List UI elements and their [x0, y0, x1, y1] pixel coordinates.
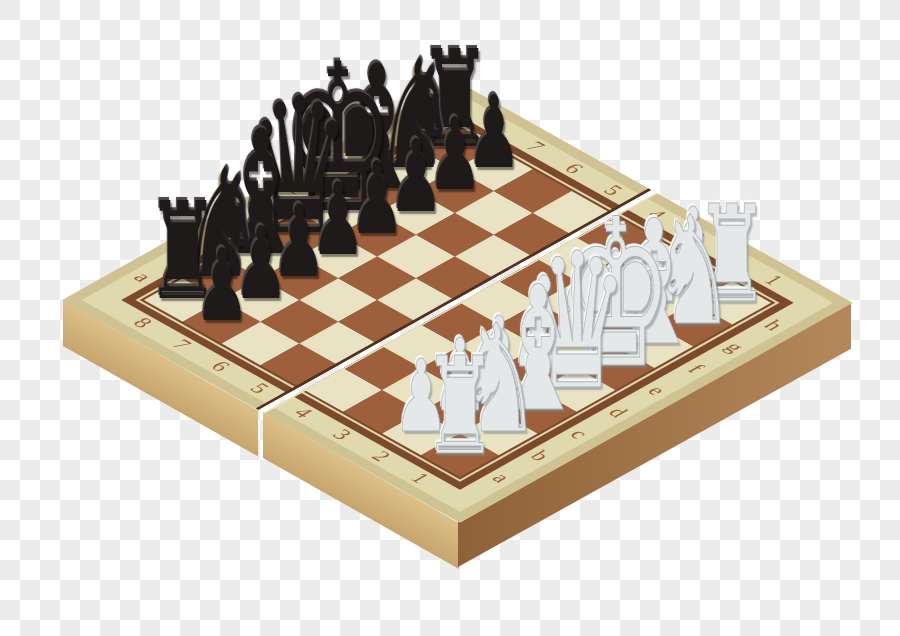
- transparency-checker-background: abcdefgh88776655 abcdefgh44332211 ♜♞♟♝♟♚…: [0, 0, 900, 636]
- chess-board: abcdefgh88776655 abcdefgh44332211: [62, 80, 848, 520]
